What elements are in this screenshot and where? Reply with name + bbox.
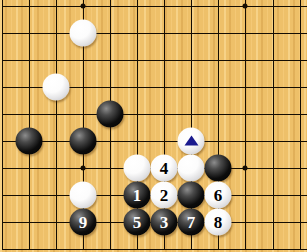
grid-line xyxy=(300,0,301,249)
grid-line xyxy=(56,0,57,249)
move-number-label: 2 xyxy=(160,186,169,204)
move-number-label: 8 xyxy=(214,213,223,231)
grid-line xyxy=(2,249,307,250)
stone-black-move-7[interactable]: 7 xyxy=(178,209,205,236)
go-board[interactable]: 412695378 xyxy=(0,0,307,252)
star-point xyxy=(243,4,248,9)
star-point xyxy=(243,166,248,171)
stone-white[interactable] xyxy=(70,182,97,209)
grid-line xyxy=(2,141,307,142)
stone-white[interactable] xyxy=(178,128,205,155)
move-number-label: 3 xyxy=(160,213,169,231)
star-point xyxy=(81,166,86,171)
stone-black[interactable] xyxy=(16,128,43,155)
triangle-marker xyxy=(184,135,198,145)
stone-black[interactable] xyxy=(97,101,124,128)
move-number-label: 4 xyxy=(160,159,169,177)
stone-white-move-4[interactable]: 4 xyxy=(151,155,178,182)
stone-white-move-8[interactable]: 8 xyxy=(205,209,232,236)
grid-line xyxy=(2,0,3,249)
move-number-label: 6 xyxy=(214,186,223,204)
grid-line xyxy=(2,114,307,115)
stone-white-move-6[interactable]: 6 xyxy=(205,182,232,209)
grid-line xyxy=(2,6,307,7)
grid-line xyxy=(29,0,30,249)
grid-line xyxy=(245,0,246,249)
stone-black-move-9[interactable]: 9 xyxy=(70,209,97,236)
move-number-label: 9 xyxy=(79,213,88,231)
stone-black[interactable] xyxy=(70,128,97,155)
stone-black-move-1[interactable]: 1 xyxy=(124,182,151,209)
stone-white-move-2[interactable]: 2 xyxy=(151,182,178,209)
stone-black-move-3[interactable]: 3 xyxy=(151,209,178,236)
stone-white[interactable] xyxy=(70,20,97,47)
stone-black[interactable] xyxy=(205,155,232,182)
stone-black-move-5[interactable]: 5 xyxy=(124,209,151,236)
move-number-label: 7 xyxy=(187,213,196,231)
stone-white[interactable] xyxy=(43,74,70,101)
grid-line xyxy=(2,33,307,34)
grid-line xyxy=(273,0,274,249)
star-point xyxy=(81,4,86,9)
grid-line xyxy=(2,60,307,61)
move-number-label: 5 xyxy=(133,213,142,231)
stone-black[interactable] xyxy=(178,182,205,209)
stone-white[interactable] xyxy=(124,155,151,182)
move-number-label: 1 xyxy=(133,186,142,204)
stone-white[interactable] xyxy=(178,155,205,182)
